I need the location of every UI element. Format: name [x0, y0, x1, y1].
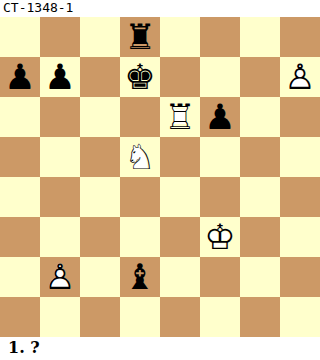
square-f5[interactable] [200, 137, 240, 177]
square-a3[interactable] [0, 217, 40, 257]
square-b4[interactable] [40, 177, 80, 217]
square-c3[interactable] [80, 217, 120, 257]
square-g1[interactable] [240, 297, 280, 337]
square-f7[interactable] [200, 57, 240, 97]
chess-board[interactable]: ♜♟♟♚♟♙♜♖♟♞♘♚♔♟♙♝ [0, 17, 320, 337]
square-e3[interactable] [160, 217, 200, 257]
square-h4[interactable] [280, 177, 320, 217]
square-d8[interactable]: ♜ [120, 17, 160, 57]
square-c1[interactable] [80, 297, 120, 337]
square-b6[interactable] [40, 97, 80, 137]
white-king[interactable]: ♚♔ [200, 217, 240, 257]
square-e2[interactable] [160, 257, 200, 297]
square-f1[interactable] [200, 297, 240, 337]
square-h6[interactable] [280, 97, 320, 137]
square-c7[interactable] [80, 57, 120, 97]
white-pawn[interactable]: ♟♙ [280, 57, 320, 97]
square-d4[interactable] [120, 177, 160, 217]
square-d3[interactable] [120, 217, 160, 257]
square-e5[interactable] [160, 137, 200, 177]
square-g4[interactable] [240, 177, 280, 217]
square-h8[interactable] [280, 17, 320, 57]
square-b7[interactable]: ♟ [40, 57, 80, 97]
square-g8[interactable] [240, 17, 280, 57]
square-f8[interactable] [200, 17, 240, 57]
square-g3[interactable] [240, 217, 280, 257]
square-a8[interactable] [0, 17, 40, 57]
square-d2[interactable]: ♝ [120, 257, 160, 297]
square-d6[interactable] [120, 97, 160, 137]
square-c5[interactable] [80, 137, 120, 177]
white-knight[interactable]: ♞♘ [120, 137, 160, 177]
square-f2[interactable] [200, 257, 240, 297]
square-f3[interactable]: ♚♔ [200, 217, 240, 257]
square-g5[interactable] [240, 137, 280, 177]
square-b1[interactable] [40, 297, 80, 337]
square-c8[interactable] [80, 17, 120, 57]
square-h3[interactable] [280, 217, 320, 257]
square-d7[interactable]: ♚ [120, 57, 160, 97]
square-h2[interactable] [280, 257, 320, 297]
square-c6[interactable] [80, 97, 120, 137]
black-rook[interactable]: ♜ [120, 17, 160, 57]
black-king[interactable]: ♚ [120, 57, 160, 97]
square-c2[interactable] [80, 257, 120, 297]
square-d5[interactable]: ♞♘ [120, 137, 160, 177]
square-d1[interactable] [120, 297, 160, 337]
square-h5[interactable] [280, 137, 320, 177]
square-c4[interactable] [80, 177, 120, 217]
square-g7[interactable] [240, 57, 280, 97]
white-rook[interactable]: ♜♖ [160, 97, 200, 137]
square-h1[interactable] [280, 297, 320, 337]
square-a6[interactable] [0, 97, 40, 137]
square-b2[interactable]: ♟♙ [40, 257, 80, 297]
square-e6[interactable]: ♜♖ [160, 97, 200, 137]
square-e8[interactable] [160, 17, 200, 57]
move-prompt: 1. ? [0, 337, 320, 360]
black-bishop[interactable]: ♝ [120, 257, 160, 297]
square-e4[interactable] [160, 177, 200, 217]
square-g2[interactable] [240, 257, 280, 297]
square-f4[interactable] [200, 177, 240, 217]
black-pawn[interactable]: ♟ [40, 57, 80, 97]
square-a7[interactable]: ♟ [0, 57, 40, 97]
square-h7[interactable]: ♟♙ [280, 57, 320, 97]
square-a5[interactable] [0, 137, 40, 177]
square-b8[interactable] [40, 17, 80, 57]
square-a2[interactable] [0, 257, 40, 297]
black-pawn[interactable]: ♟ [0, 57, 40, 97]
square-f6[interactable]: ♟ [200, 97, 240, 137]
square-e7[interactable] [160, 57, 200, 97]
square-b5[interactable] [40, 137, 80, 177]
black-pawn[interactable]: ♟ [200, 97, 240, 137]
square-g6[interactable] [240, 97, 280, 137]
chess-diagram: CT-1348-1 ♜♟♟♚♟♙♜♖♟♞♘♚♔♟♙♝ 1. ? [0, 0, 320, 360]
square-e1[interactable] [160, 297, 200, 337]
white-pawn[interactable]: ♟♙ [40, 257, 80, 297]
square-b3[interactable] [40, 217, 80, 257]
diagram-title: CT-1348-1 [0, 0, 320, 17]
square-a4[interactable] [0, 177, 40, 217]
square-a1[interactable] [0, 297, 40, 337]
